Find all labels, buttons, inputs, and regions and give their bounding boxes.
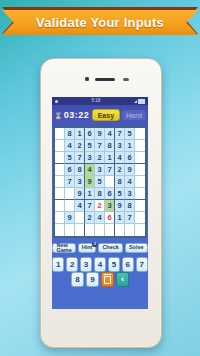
solve-label: Solve [129,245,144,251]
cell-r2c7[interactable]: 3 [115,140,125,152]
cell-r3c3[interactable]: 7 [75,152,85,164]
cell-r9c2[interactable] [65,224,75,236]
front-camera-icon [85,77,89,81]
cell-r5c1[interactable] [55,176,65,188]
new-game-label: New Game [56,243,71,254]
cell-r9c3[interactable] [75,224,85,236]
cell-r2c4[interactable]: 5 [85,140,95,152]
cell-r3c4[interactable]: 3 [85,152,95,164]
status-clock: 5:18 [92,99,101,104]
cell-r3c2[interactable]: 5 [65,152,75,164]
cell-r2c5[interactable]: 7 [95,140,105,152]
cell-r7c6[interactable]: 3 [105,200,115,212]
promo-screenshot: Validate Your Inputs 5:18 ⌛ 03:22 [0,0,200,356]
signal-icon [134,100,137,103]
hard-button[interactable]: Hard [122,110,146,120]
cell-r5c5[interactable]: 5 [95,176,105,188]
hourglass-icon: ⌛ [54,112,63,119]
numpad-key-8[interactable]: 8 [71,272,85,287]
cell-r7c3[interactable]: 4 [75,200,85,212]
cell-r1c4[interactable]: 6 [85,128,95,140]
cell-r3c7[interactable]: 4 [115,152,125,164]
numpad-key-5[interactable]: 5 [108,257,120,272]
cell-r8c8[interactable]: 7 [125,212,135,224]
cell-r3c6[interactable]: 1 [105,152,115,164]
numpad-key-2[interactable]: 2 [66,257,78,272]
cell-r3c1[interactable] [55,152,65,164]
cell-r3c5[interactable]: 2 [95,152,105,164]
cell-r8c3[interactable] [75,212,85,224]
proximity-sensor [123,78,129,81]
numpad-row-2: 89 ‹ [52,272,148,287]
cell-r5c2[interactable]: 7 [65,176,75,188]
earpiece-speaker [95,78,115,81]
cell-r6c6[interactable]: 6 [105,188,115,200]
share-button[interactable]: ‹ [116,272,130,287]
cell-r8c5[interactable]: 4 [95,212,105,224]
phone-frame: 5:18 ⌛ 03:22 Easy Hard 81694754257831573… [40,58,162,348]
app-screen: 5:18 ⌛ 03:22 Easy Hard 81694754257831573… [52,97,148,309]
new-game-button[interactable]: New Game [52,243,75,253]
trash-icon [104,276,111,284]
cell-r4c7[interactable]: 2 [115,164,125,176]
erase-button[interactable] [101,272,115,287]
cell-r2c2[interactable]: 4 [65,140,75,152]
cell-r8c9[interactable] [135,212,145,224]
cell-r4c1[interactable] [55,164,65,176]
easy-button[interactable]: Easy [92,109,120,121]
numpad-key-4[interactable]: 4 [94,257,106,272]
check-label: Check [102,245,119,251]
cell-r7c9[interactable] [135,200,145,212]
cell-r7c1[interactable] [55,200,65,212]
notification-dot-icon [55,100,58,103]
cell-r9c5[interactable] [95,224,105,236]
sudoku-grid: 8169475425783157321466843729739584918653… [53,126,147,238]
cell-r6c1[interactable] [55,188,65,200]
cell-r7c2[interactable] [65,200,75,212]
cell-r5c9[interactable] [135,176,145,188]
cell-r1c1[interactable] [55,128,65,140]
solve-button[interactable]: Solve [125,243,148,253]
cell-r2c1[interactable] [55,140,65,152]
share-icon: ‹ [121,275,124,284]
cell-r5c8[interactable]: 4 [125,176,135,188]
difficulty-switch: Easy Hard [92,109,146,121]
cell-r6c3[interactable]: 9 [75,188,85,200]
cell-r4c4[interactable]: 4 [85,164,95,176]
cell-r2c3[interactable]: 2 [75,140,85,152]
cell-r6c2[interactable] [65,188,75,200]
cell-r6c5[interactable]: 8 [95,188,105,200]
hint-label: Hint [82,245,93,251]
cell-r7c5[interactable]: 2 [95,200,105,212]
cell-r4c6[interactable]: 7 [105,164,115,176]
cell-r4c3[interactable]: 8 [75,164,85,176]
status-bar: 5:18 [52,97,148,105]
numpad-row-1: 1234567 [52,257,148,272]
cell-r9c6[interactable] [105,224,115,236]
hint-button[interactable]: Hint 2 [78,243,97,253]
cell-r5c6[interactable] [105,176,115,188]
cell-r1c2[interactable]: 8 [65,128,75,140]
cell-r7c7[interactable]: 9 [115,200,125,212]
cell-r5c7[interactable]: 8 [115,176,125,188]
cell-r1c7[interactable]: 7 [115,128,125,140]
cell-r6c7[interactable]: 5 [115,188,125,200]
cell-r2c9[interactable] [135,140,145,152]
banner-ribbon: Validate Your Inputs [2,10,198,35]
cell-r8c2[interactable]: 9 [65,212,75,224]
numpad-key-1[interactable]: 1 [52,257,64,272]
cell-r4c8[interactable]: 9 [125,164,135,176]
numpad-key-7[interactable]: 7 [136,257,148,272]
action-button-row: New Game Hint 2 Check Solve [53,243,147,253]
cell-r5c4[interactable]: 9 [85,176,95,188]
cell-r2c6[interactable]: 8 [105,140,115,152]
check-button[interactable]: Check [98,243,123,253]
cell-r8c6[interactable]: 6 [105,212,115,224]
cell-r1c3[interactable]: 1 [75,128,85,140]
cell-r1c5[interactable]: 9 [95,128,105,140]
timer-wrap: ⌛ 03:22 [54,110,89,120]
cell-r9c7[interactable] [115,224,125,236]
cell-r9c1[interactable] [55,224,65,236]
cell-r9c4[interactable] [85,224,95,236]
cell-r2c8[interactable]: 1 [125,140,135,152]
cell-r6c8[interactable]: 3 [125,188,135,200]
numpad-key-9[interactable]: 9 [86,272,100,287]
cell-r1c8[interactable]: 5 [125,128,135,140]
cell-r5c3[interactable]: 3 [75,176,85,188]
cell-r7c8[interactable]: 8 [125,200,135,212]
cell-r8c7[interactable]: 1 [115,212,125,224]
cell-r1c9[interactable] [135,128,145,140]
game-header: ⌛ 03:22 Easy Hard [52,105,148,125]
hint-count-badge: 2 [92,242,97,247]
cell-r7c4[interactable]: 7 [85,200,95,212]
timer-value: 03:22 [64,110,90,120]
status-left-icons [55,100,58,103]
cell-r1c6[interactable]: 4 [105,128,115,140]
cell-r8c4[interactable]: 2 [85,212,95,224]
cell-r6c4[interactable]: 1 [85,188,95,200]
cell-r4c2[interactable]: 6 [65,164,75,176]
cell-r3c8[interactable]: 6 [125,152,135,164]
cell-r4c5[interactable]: 3 [95,164,105,176]
numpad-key-3[interactable]: 3 [80,257,92,272]
banner-title: Validate Your Inputs [36,15,164,30]
cell-r6c9[interactable] [135,188,145,200]
numpad-key-6[interactable]: 6 [122,257,134,272]
cell-r8c1[interactable] [55,212,65,224]
cell-r9c8[interactable] [125,224,135,236]
battery-icon [138,99,145,104]
cell-r3c9[interactable] [135,152,145,164]
cell-r4c9[interactable] [135,164,145,176]
cell-r9c9[interactable] [135,224,145,236]
status-right-icons [134,99,145,104]
